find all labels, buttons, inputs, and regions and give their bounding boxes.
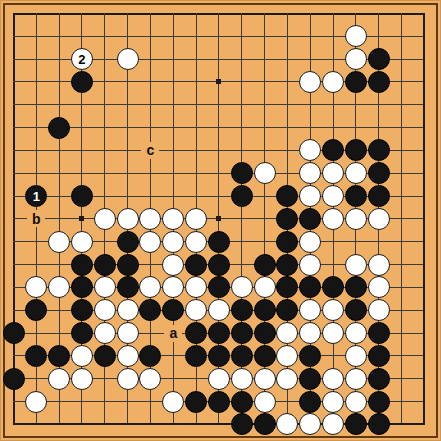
stone-white — [185, 299, 207, 321]
stone-black — [254, 413, 276, 435]
stone-black — [185, 391, 207, 413]
stone-white — [94, 208, 116, 230]
stone-black — [48, 117, 70, 139]
stone-black — [208, 322, 230, 344]
stone-white — [185, 276, 207, 298]
stone-white — [25, 391, 47, 413]
stone-black — [345, 276, 367, 298]
stone-white — [322, 208, 344, 230]
stone-black — [345, 185, 367, 207]
stone-black — [345, 413, 367, 435]
stone-white — [345, 48, 367, 70]
stone-white — [71, 345, 93, 367]
stone-white — [117, 299, 139, 321]
stone-white — [299, 162, 321, 184]
stone-black — [185, 254, 207, 276]
grid-line-vertical — [401, 13, 402, 426]
stone-white — [117, 208, 139, 230]
stone-black — [276, 299, 298, 321]
stone-black — [276, 231, 298, 253]
star-point — [79, 216, 84, 221]
stone-white — [322, 413, 344, 435]
stone-white — [322, 368, 344, 390]
stone-white — [322, 71, 344, 93]
stone-white — [299, 231, 321, 253]
stone-white — [48, 368, 70, 390]
stone-black — [3, 322, 25, 344]
stone-black — [368, 345, 390, 367]
stone-black — [368, 139, 390, 161]
stone-black — [368, 185, 390, 207]
stone-white — [345, 368, 367, 390]
stone-white — [162, 254, 184, 276]
stone-black — [231, 413, 253, 435]
stone-white — [25, 276, 47, 298]
stone-white — [94, 276, 116, 298]
stone-black — [254, 254, 276, 276]
stone-white — [276, 345, 298, 367]
stone-white — [345, 25, 367, 47]
stone-white — [322, 162, 344, 184]
stone-black — [276, 276, 298, 298]
stone-white — [162, 391, 184, 413]
stone-white — [368, 299, 390, 321]
stone-black — [254, 322, 276, 344]
stone-black — [231, 391, 253, 413]
stone-white — [254, 391, 276, 413]
stone-white — [345, 322, 367, 344]
stone-black — [345, 139, 367, 161]
stone-white — [139, 276, 161, 298]
stone-black — [254, 299, 276, 321]
stone-black — [276, 208, 298, 230]
stone-black — [276, 185, 298, 207]
stone-white — [208, 368, 230, 390]
stone-black — [139, 299, 161, 321]
stone-black — [71, 71, 93, 93]
stone-black — [139, 345, 161, 367]
stone-black — [368, 413, 390, 435]
stone-black — [48, 345, 70, 367]
stone-black — [71, 254, 93, 276]
stone-black-numbered-1: 1 — [25, 185, 47, 207]
point-label-a: a — [164, 325, 182, 342]
stone-black — [117, 276, 139, 298]
point-label-b: b — [27, 210, 45, 227]
stone-black — [208, 276, 230, 298]
stone-black — [208, 254, 230, 276]
stone-white — [299, 299, 321, 321]
stone-white — [299, 139, 321, 161]
stone-black — [368, 368, 390, 390]
stone-white — [231, 368, 253, 390]
stone-black — [185, 322, 207, 344]
stone-black — [208, 231, 230, 253]
stone-black — [71, 322, 93, 344]
stone-black — [94, 345, 116, 367]
stone-white — [231, 276, 253, 298]
stone-black — [208, 391, 230, 413]
stone-white — [276, 322, 298, 344]
stone-black — [231, 185, 253, 207]
stone-white — [139, 231, 161, 253]
stone-black — [368, 391, 390, 413]
grid-line-vertical — [423, 13, 425, 426]
stone-white — [162, 208, 184, 230]
stone-white — [117, 48, 139, 70]
stone-black — [299, 391, 321, 413]
stone-white — [162, 231, 184, 253]
go-board-diagram: 21abc — [0, 0, 441, 441]
stone-black — [368, 322, 390, 344]
stone-black — [254, 345, 276, 367]
stone-black — [345, 71, 367, 93]
stone-white — [368, 254, 390, 276]
stone-white — [276, 368, 298, 390]
stone-white — [48, 276, 70, 298]
stone-white — [94, 299, 116, 321]
star-point — [216, 216, 221, 221]
stone-black — [368, 162, 390, 184]
star-point — [216, 79, 221, 84]
stone-black — [71, 299, 93, 321]
stone-black — [276, 254, 298, 276]
stone-white — [117, 368, 139, 390]
stone-black — [208, 345, 230, 367]
stone-black — [231, 162, 253, 184]
stone-black — [368, 48, 390, 70]
stone-black — [299, 345, 321, 367]
stone-white — [299, 322, 321, 344]
stone-white — [322, 185, 344, 207]
stone-black — [231, 299, 253, 321]
stone-white — [208, 299, 230, 321]
stone-white — [139, 208, 161, 230]
stone-black — [162, 299, 184, 321]
stone-white — [345, 208, 367, 230]
stone-black — [94, 254, 116, 276]
stone-white — [299, 71, 321, 93]
stone-black — [299, 276, 321, 298]
stone-white — [162, 276, 184, 298]
stone-white — [94, 322, 116, 344]
stone-white — [254, 276, 276, 298]
stone-black — [299, 368, 321, 390]
stone-white — [345, 254, 367, 276]
stone-white — [345, 345, 367, 367]
stone-white — [117, 322, 139, 344]
stone-white — [368, 208, 390, 230]
stone-white — [276, 413, 298, 435]
stone-black — [322, 139, 344, 161]
stone-white — [322, 299, 344, 321]
stone-white — [368, 276, 390, 298]
stone-white — [345, 162, 367, 184]
stone-black — [25, 345, 47, 367]
stone-black — [231, 322, 253, 344]
stone-white — [254, 368, 276, 390]
stone-white — [254, 162, 276, 184]
stone-white — [139, 368, 161, 390]
stone-white — [71, 368, 93, 390]
stone-white — [299, 185, 321, 207]
stone-white — [322, 322, 344, 344]
stone-black — [3, 368, 25, 390]
stone-black — [25, 299, 47, 321]
stone-black — [322, 276, 344, 298]
stone-white — [322, 391, 344, 413]
stone-black — [71, 185, 93, 207]
stone-white-numbered-2: 2 — [71, 48, 93, 70]
stone-white — [299, 254, 321, 276]
point-label-c: c — [141, 142, 159, 159]
stone-white — [345, 391, 367, 413]
stone-black — [299, 208, 321, 230]
stone-black — [185, 345, 207, 367]
stone-black — [345, 299, 367, 321]
stone-black — [368, 71, 390, 93]
stone-black — [117, 231, 139, 253]
stone-white — [185, 208, 207, 230]
stone-white — [299, 413, 321, 435]
stone-black — [71, 276, 93, 298]
stone-white — [117, 345, 139, 367]
stone-white — [71, 231, 93, 253]
stone-white — [48, 231, 70, 253]
stone-black — [117, 254, 139, 276]
stone-black — [231, 345, 253, 367]
stone-white — [185, 231, 207, 253]
